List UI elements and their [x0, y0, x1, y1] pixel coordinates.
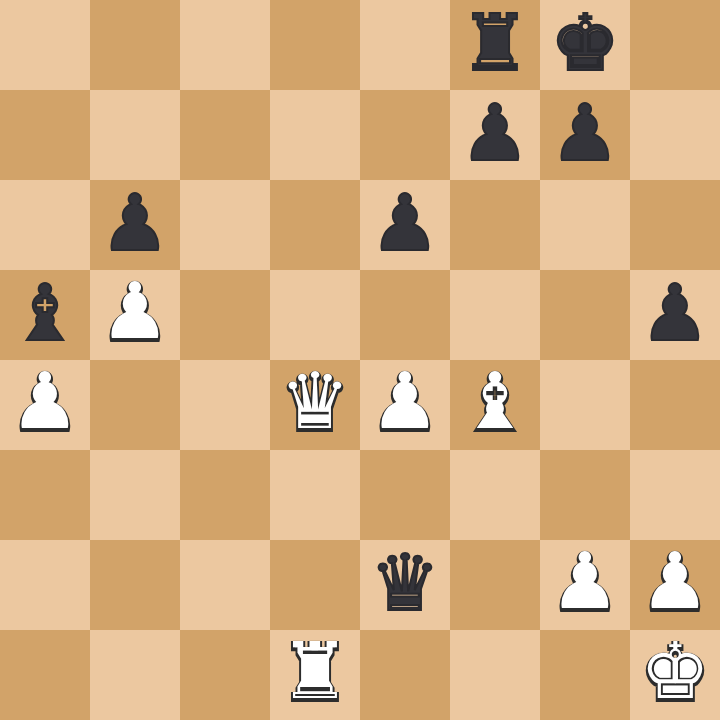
square-e8[interactable]	[360, 0, 450, 90]
square-b7[interactable]	[90, 90, 180, 180]
square-b6[interactable]: ♟	[90, 180, 180, 270]
white-king[interactable]: ♚	[630, 628, 720, 718]
square-d6[interactable]	[270, 180, 360, 270]
black-rook[interactable]: ♜	[460, 0, 530, 88]
square-e1[interactable]	[360, 630, 450, 720]
square-f2[interactable]	[450, 540, 540, 630]
square-a7[interactable]	[0, 90, 90, 180]
square-f7[interactable]: ♟	[450, 90, 540, 180]
black-queen[interactable]: ♛	[370, 538, 440, 628]
square-a2[interactable]	[0, 540, 90, 630]
square-e7[interactable]	[360, 90, 450, 180]
square-a1[interactable]	[0, 630, 90, 720]
square-e4[interactable]: ♟	[360, 360, 450, 450]
square-g8[interactable]: ♚	[540, 0, 630, 90]
square-c2[interactable]	[180, 540, 270, 630]
square-a8[interactable]	[0, 0, 90, 90]
square-e5[interactable]	[360, 270, 450, 360]
square-d2[interactable]	[270, 540, 360, 630]
black-pawn[interactable]: ♟	[640, 268, 710, 358]
square-h3[interactable]	[630, 450, 720, 540]
square-h7[interactable]	[630, 90, 720, 180]
chess-board: ♜♚♟♟♟♟♝♟♟♟♛♟♝♛♟♟♜♚	[0, 0, 720, 720]
square-b1[interactable]	[90, 630, 180, 720]
square-g5[interactable]	[540, 270, 630, 360]
white-pawn[interactable]: ♟	[360, 358, 450, 448]
square-a5[interactable]: ♝	[0, 270, 90, 360]
black-pawn[interactable]: ♟	[460, 88, 530, 178]
square-b4[interactable]	[90, 360, 180, 450]
square-h2[interactable]: ♟	[630, 540, 720, 630]
square-f8[interactable]: ♜	[450, 0, 540, 90]
square-f4[interactable]: ♝	[450, 360, 540, 450]
square-c3[interactable]	[180, 450, 270, 540]
square-d8[interactable]	[270, 0, 360, 90]
square-g4[interactable]	[540, 360, 630, 450]
square-d1[interactable]: ♜	[270, 630, 360, 720]
white-pawn[interactable]: ♟	[0, 358, 90, 448]
square-d3[interactable]	[270, 450, 360, 540]
square-h8[interactable]	[630, 0, 720, 90]
square-c7[interactable]	[180, 90, 270, 180]
white-queen[interactable]: ♛	[270, 358, 360, 448]
square-c6[interactable]	[180, 180, 270, 270]
square-c1[interactable]	[180, 630, 270, 720]
white-bishop[interactable]: ♝	[450, 358, 540, 448]
square-e6[interactable]: ♟	[360, 180, 450, 270]
square-e2[interactable]: ♛	[360, 540, 450, 630]
square-a4[interactable]: ♟	[0, 360, 90, 450]
black-pawn[interactable]: ♟	[100, 178, 170, 268]
square-g7[interactable]: ♟	[540, 90, 630, 180]
square-b3[interactable]	[90, 450, 180, 540]
square-a3[interactable]	[0, 450, 90, 540]
square-d7[interactable]	[270, 90, 360, 180]
square-b8[interactable]	[90, 0, 180, 90]
square-g3[interactable]	[540, 450, 630, 540]
white-pawn[interactable]: ♟	[630, 538, 720, 628]
black-pawn[interactable]: ♟	[550, 88, 620, 178]
square-c8[interactable]	[180, 0, 270, 90]
square-d5[interactable]	[270, 270, 360, 360]
square-h5[interactable]: ♟	[630, 270, 720, 360]
square-g2[interactable]: ♟	[540, 540, 630, 630]
square-b5[interactable]: ♟	[90, 270, 180, 360]
square-h1[interactable]: ♚	[630, 630, 720, 720]
white-pawn[interactable]: ♟	[540, 538, 630, 628]
square-f5[interactable]	[450, 270, 540, 360]
square-c4[interactable]	[180, 360, 270, 450]
square-h4[interactable]	[630, 360, 720, 450]
square-g6[interactable]	[540, 180, 630, 270]
square-h6[interactable]	[630, 180, 720, 270]
square-d4[interactable]: ♛	[270, 360, 360, 450]
white-rook[interactable]: ♜	[270, 628, 360, 718]
square-f3[interactable]	[450, 450, 540, 540]
square-b2[interactable]	[90, 540, 180, 630]
white-pawn[interactable]: ♟	[90, 268, 180, 358]
square-a6[interactable]	[0, 180, 90, 270]
square-g1[interactable]	[540, 630, 630, 720]
square-e3[interactable]	[360, 450, 450, 540]
square-f1[interactable]	[450, 630, 540, 720]
black-bishop[interactable]: ♝	[10, 268, 80, 358]
square-c5[interactable]	[180, 270, 270, 360]
black-king[interactable]: ♚	[550, 0, 620, 88]
square-f6[interactable]	[450, 180, 540, 270]
black-pawn[interactable]: ♟	[370, 178, 440, 268]
